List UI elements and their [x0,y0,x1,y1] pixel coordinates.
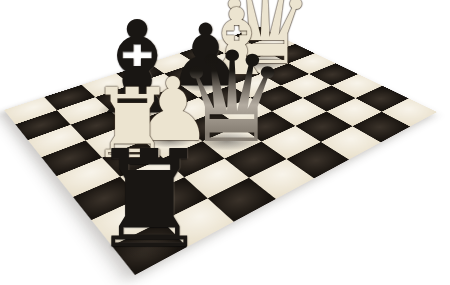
piece-black-rook-h1[interactable]: ♜ [89,133,210,268]
chess-photo: ♛♝♟♝♛♟♜♜ [0,0,450,285]
